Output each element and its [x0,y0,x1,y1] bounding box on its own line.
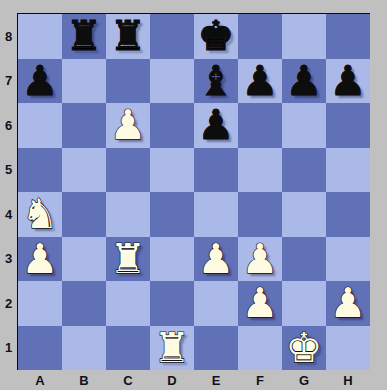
square-b8[interactable]: ♜ [62,14,106,59]
file-labels: ABCDEFGH [18,370,370,390]
square-d8[interactable] [150,14,194,59]
square-h3[interactable] [326,237,370,282]
square-b7[interactable] [62,59,106,104]
square-f1[interactable] [238,326,282,371]
white-knight-a4[interactable]: ♞ [22,192,59,237]
chess-app-window: 87654321 ♜♜♚♟♝♟♟♟♟♟♞♟♜♟♟♟♟♜♚ ABCDEFGH [0,0,387,390]
square-c6[interactable]: ♟ [106,103,150,148]
rank-label-5: 5 [0,148,17,193]
white-pawn-e3[interactable]: ♟ [198,237,235,282]
square-g3[interactable] [282,237,326,282]
square-d5[interactable] [150,148,194,193]
file-label-c: C [106,370,150,390]
square-g7[interactable]: ♟ [282,59,326,104]
square-g5[interactable] [282,148,326,193]
square-e1[interactable] [194,326,238,371]
board-frame: ♜♜♚♟♝♟♟♟♟♟♞♟♜♟♟♟♟♜♚ [17,13,370,370]
square-h8[interactable] [326,14,370,59]
white-pawn-c6[interactable]: ♟ [110,103,147,148]
square-c3[interactable]: ♜ [106,237,150,282]
square-f5[interactable] [238,148,282,193]
white-pawn-f2[interactable]: ♟ [242,281,279,326]
black-bishop-e7[interactable]: ♝ [198,59,235,104]
square-g2[interactable] [282,281,326,326]
black-pawn-e6[interactable]: ♟ [198,103,235,148]
square-f2[interactable]: ♟ [238,281,282,326]
black-king-e8[interactable]: ♚ [198,14,235,59]
square-f3[interactable]: ♟ [238,237,282,282]
rank-label-7: 7 [0,59,17,104]
white-rook-c3[interactable]: ♜ [110,237,147,282]
square-c8[interactable]: ♜ [106,14,150,59]
square-a3[interactable]: ♟ [18,237,62,282]
square-b1[interactable] [62,326,106,371]
square-d2[interactable] [150,281,194,326]
square-c2[interactable] [106,281,150,326]
white-rook-d1[interactable]: ♜ [154,326,191,371]
rank-label-1: 1 [0,326,17,371]
square-g6[interactable] [282,103,326,148]
square-e3[interactable]: ♟ [194,237,238,282]
white-pawn-f3[interactable]: ♟ [242,237,279,282]
square-a7[interactable]: ♟ [18,59,62,104]
square-d1[interactable]: ♜ [150,326,194,371]
square-b4[interactable] [62,192,106,237]
file-label-b: B [62,370,106,390]
square-h7[interactable]: ♟ [326,59,370,104]
rank-label-4: 4 [0,192,17,237]
square-a6[interactable] [18,103,62,148]
square-e8[interactable]: ♚ [194,14,238,59]
file-label-a: A [18,370,62,390]
black-pawn-g7[interactable]: ♟ [286,59,323,104]
black-pawn-f7[interactable]: ♟ [242,59,279,104]
chess-board: ♜♜♚♟♝♟♟♟♟♟♞♟♜♟♟♟♟♜♚ [18,14,370,370]
file-label-e: E [194,370,238,390]
white-pawn-h2[interactable]: ♟ [330,281,367,326]
rank-label-8: 8 [0,14,17,59]
rank-label-3: 3 [0,237,17,282]
rank-label-6: 6 [0,103,17,148]
square-h4[interactable] [326,192,370,237]
square-a2[interactable] [18,281,62,326]
square-c7[interactable] [106,59,150,104]
file-label-f: F [238,370,282,390]
rank-labels: 87654321 [0,14,17,370]
square-f4[interactable] [238,192,282,237]
square-f6[interactable] [238,103,282,148]
square-g8[interactable] [282,14,326,59]
square-b3[interactable] [62,237,106,282]
square-h2[interactable]: ♟ [326,281,370,326]
square-g4[interactable] [282,192,326,237]
square-b2[interactable] [62,281,106,326]
square-e4[interactable] [194,192,238,237]
square-c1[interactable] [106,326,150,371]
white-pawn-a3[interactable]: ♟ [22,237,59,282]
square-b5[interactable] [62,148,106,193]
square-e7[interactable]: ♝ [194,59,238,104]
black-pawn-a7[interactable]: ♟ [22,59,59,104]
square-a1[interactable] [18,326,62,371]
square-c5[interactable] [106,148,150,193]
square-h6[interactable] [326,103,370,148]
square-d4[interactable] [150,192,194,237]
rank-label-2: 2 [0,281,17,326]
file-label-g: G [282,370,326,390]
square-e6[interactable]: ♟ [194,103,238,148]
square-b6[interactable] [62,103,106,148]
square-e2[interactable] [194,281,238,326]
square-c4[interactable] [106,192,150,237]
square-g1[interactable]: ♚ [282,326,326,371]
square-a5[interactable] [18,148,62,193]
square-f8[interactable] [238,14,282,59]
black-pawn-h7[interactable]: ♟ [330,59,367,104]
square-h5[interactable] [326,148,370,193]
square-d6[interactable] [150,103,194,148]
square-e5[interactable] [194,148,238,193]
white-king-g1[interactable]: ♚ [286,326,323,371]
square-h1[interactable] [326,326,370,371]
square-a8[interactable] [18,14,62,59]
square-a4[interactable]: ♞ [18,192,62,237]
file-label-h: H [326,370,370,390]
file-label-d: D [150,370,194,390]
square-f7[interactable]: ♟ [238,59,282,104]
black-rook-b8[interactable]: ♜ [66,14,103,59]
black-rook-c8[interactable]: ♜ [110,14,147,59]
square-d7[interactable] [150,59,194,104]
square-d3[interactable] [150,237,194,282]
